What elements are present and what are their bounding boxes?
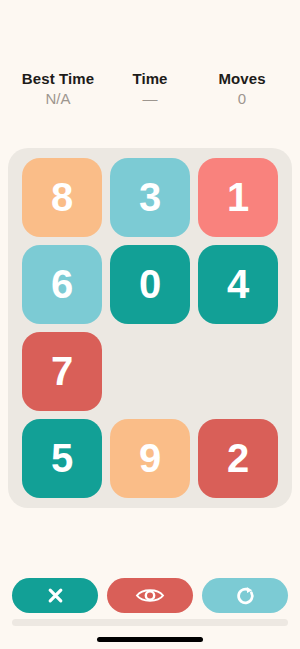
tile-9[interactable]: 9 (110, 419, 190, 498)
time-label: Time (104, 70, 196, 88)
moves-label: Moves (196, 70, 288, 88)
tile-1[interactable]: 1 (198, 158, 278, 237)
empty-cell (198, 332, 278, 411)
stat-time: Time — (104, 70, 196, 107)
home-indicator (97, 637, 203, 642)
eye-icon (135, 585, 165, 606)
refresh-icon (235, 585, 256, 606)
puzzle-board: 8316047592 (8, 148, 292, 508)
moves-value: 0 (196, 90, 288, 107)
empty-cell (110, 332, 190, 411)
tile-6[interactable]: 6 (22, 245, 102, 324)
stat-moves: Moves 0 (196, 70, 288, 107)
peek-button[interactable] (107, 578, 193, 613)
tile-2[interactable]: 2 (198, 419, 278, 498)
bottom-bar (12, 619, 288, 626)
best-time-value: N/A (12, 90, 104, 107)
best-time-label: Best Time (12, 70, 104, 88)
tile-4[interactable]: 4 (198, 245, 278, 324)
toolbar (12, 578, 288, 613)
tile-7[interactable]: 7 (22, 332, 102, 411)
tile-0[interactable]: 0 (110, 245, 190, 324)
time-value: — (104, 90, 196, 107)
stats-header: Best Time N/A Time — Moves 0 (0, 70, 300, 107)
tile-5[interactable]: 5 (22, 419, 102, 498)
tile-3[interactable]: 3 (110, 158, 190, 237)
restart-button[interactable] (202, 578, 288, 613)
stat-best-time: Best Time N/A (12, 70, 104, 107)
close-button[interactable] (12, 578, 98, 613)
tile-8[interactable]: 8 (22, 158, 102, 237)
x-icon (47, 587, 64, 604)
